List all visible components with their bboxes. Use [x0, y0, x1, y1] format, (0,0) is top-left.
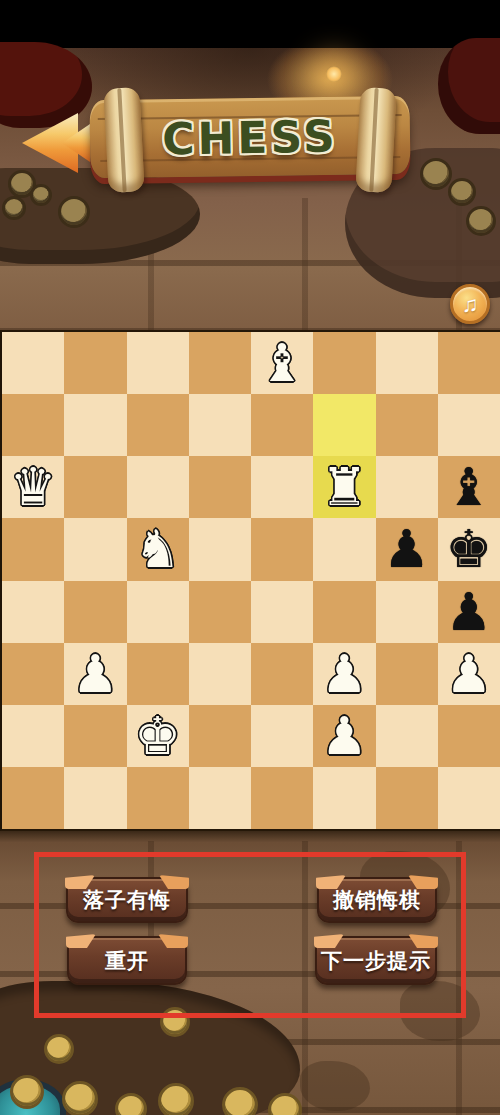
- board-square[interactable]: ♝: [438, 456, 500, 518]
- undo-takeback-label: 撤销悔棋: [333, 886, 421, 914]
- coin-icon: [10, 1075, 44, 1109]
- undo-takeback-button[interactable]: 撤销悔棋: [317, 877, 437, 923]
- piece-white-queen[interactable]: ♛: [10, 461, 57, 513]
- board-square[interactable]: ♟: [438, 643, 500, 705]
- piece-black-king[interactable]: ♚: [446, 523, 493, 575]
- board-square[interactable]: [64, 705, 126, 767]
- chess-board: ♝♛♜♝♞♟♚♟♟♟♟♚♟: [0, 330, 500, 831]
- coin-icon: [62, 1081, 98, 1115]
- board-square[interactable]: ♟: [438, 581, 500, 643]
- board-square[interactable]: [376, 332, 438, 394]
- board-square[interactable]: [313, 518, 375, 580]
- board-square[interactable]: [313, 394, 375, 456]
- coin-icon: [30, 184, 52, 206]
- board-square[interactable]: [2, 643, 64, 705]
- leaf-shadow: [300, 1061, 370, 1111]
- restart-button[interactable]: 重开: [67, 936, 187, 985]
- board-square[interactable]: [2, 518, 64, 580]
- next-hint-button[interactable]: 下一步提示: [315, 936, 437, 985]
- next-hint-label: 下一步提示: [321, 947, 431, 975]
- board-square[interactable]: [189, 394, 251, 456]
- piece-white-pawn[interactable]: ♟: [321, 710, 368, 762]
- board-square[interactable]: [64, 394, 126, 456]
- board-square[interactable]: [2, 705, 64, 767]
- restart-label: 重开: [105, 947, 149, 975]
- allow-takeback-button[interactable]: 落子有悔: [66, 877, 188, 923]
- board-square[interactable]: ♟: [376, 518, 438, 580]
- board-square[interactable]: [189, 705, 251, 767]
- board-square[interactable]: ♟: [313, 643, 375, 705]
- board-square[interactable]: [438, 767, 500, 829]
- board-square[interactable]: [438, 332, 500, 394]
- sun-glow: [326, 66, 342, 82]
- piece-black-pawn[interactable]: ♟: [383, 523, 430, 575]
- board-square[interactable]: ♛: [2, 456, 64, 518]
- board-square[interactable]: [189, 332, 251, 394]
- board-square[interactable]: ♟: [313, 705, 375, 767]
- coin-icon: [2, 196, 26, 220]
- rock-decor-right: [438, 38, 500, 134]
- back-button[interactable]: [20, 110, 94, 176]
- allow-takeback-label: 落子有悔: [83, 886, 171, 914]
- status-bar: [0, 0, 500, 48]
- piece-white-king[interactable]: ♚: [134, 710, 181, 762]
- board-square[interactable]: [376, 705, 438, 767]
- page-title: CHESS: [90, 109, 411, 166]
- board-square[interactable]: [189, 581, 251, 643]
- coin-icon: [44, 1034, 74, 1064]
- coin-icon: [58, 196, 90, 228]
- piece-white-rook[interactable]: ♜: [321, 461, 368, 513]
- board-square[interactable]: [189, 456, 251, 518]
- piece-white-bishop[interactable]: ♝: [259, 337, 306, 389]
- music-button[interactable]: ♫: [450, 284, 490, 324]
- board-square[interactable]: [2, 767, 64, 829]
- piece-white-knight[interactable]: ♞: [134, 523, 181, 575]
- board-square[interactable]: [64, 581, 126, 643]
- board-square[interactable]: [127, 581, 189, 643]
- board-square[interactable]: [2, 394, 64, 456]
- board-square[interactable]: [2, 581, 64, 643]
- board-square[interactable]: [127, 332, 189, 394]
- board-square[interactable]: [438, 705, 500, 767]
- board-square[interactable]: ♞: [127, 518, 189, 580]
- board-square[interactable]: [64, 767, 126, 829]
- board-square[interactable]: [376, 643, 438, 705]
- piece-white-pawn[interactable]: ♟: [446, 648, 493, 700]
- board-square[interactable]: [251, 643, 313, 705]
- coin-icon: [222, 1087, 258, 1115]
- board-square[interactable]: [251, 705, 313, 767]
- board-square[interactable]: [376, 767, 438, 829]
- coin-icon: [420, 158, 452, 190]
- board-square[interactable]: [251, 767, 313, 829]
- board-square[interactable]: ♝: [251, 332, 313, 394]
- board-square[interactable]: [251, 581, 313, 643]
- board-square[interactable]: [313, 332, 375, 394]
- board-square[interactable]: ♜: [313, 456, 375, 518]
- board-square[interactable]: [64, 332, 126, 394]
- board-square[interactable]: [313, 581, 375, 643]
- music-note-icon: ♫: [453, 288, 487, 322]
- board-square[interactable]: [64, 456, 126, 518]
- board-square[interactable]: [127, 456, 189, 518]
- piece-black-bishop[interactable]: ♝: [446, 461, 493, 513]
- coin-icon: [158, 1083, 194, 1115]
- board-square[interactable]: [189, 643, 251, 705]
- coin-icon: [466, 206, 496, 236]
- coin-icon: [448, 178, 476, 206]
- board-square[interactable]: [376, 456, 438, 518]
- piece-black-pawn[interactable]: ♟: [446, 586, 493, 638]
- board-square[interactable]: [127, 767, 189, 829]
- board-square[interactable]: [127, 394, 189, 456]
- board-square[interactable]: [251, 394, 313, 456]
- board-square[interactable]: [438, 394, 500, 456]
- board-square[interactable]: [376, 581, 438, 643]
- board-square[interactable]: ♚: [127, 705, 189, 767]
- title-banner: CHESS: [90, 92, 410, 188]
- board-square[interactable]: ♚: [438, 518, 500, 580]
- app-screen: CHESS ♫ ♝♛♜♝♞♟♚♟♟♟♟♚♟ 落子有悔 撤销悔棋 重开 下一步提示: [0, 0, 500, 1115]
- board-square[interactable]: [189, 518, 251, 580]
- board-square[interactable]: [127, 643, 189, 705]
- board-square[interactable]: [376, 394, 438, 456]
- board-square[interactable]: [313, 767, 375, 829]
- board-square[interactable]: [251, 456, 313, 518]
- header-scene: CHESS ♫: [0, 48, 500, 330]
- piece-white-pawn[interactable]: ♟: [321, 648, 368, 700]
- piece-white-pawn[interactable]: ♟: [72, 648, 119, 700]
- board-square[interactable]: [189, 767, 251, 829]
- board-square[interactable]: [2, 332, 64, 394]
- board-square[interactable]: ♟: [64, 643, 126, 705]
- board-square[interactable]: [251, 518, 313, 580]
- board-square[interactable]: [64, 518, 126, 580]
